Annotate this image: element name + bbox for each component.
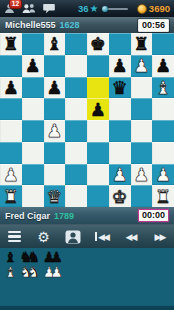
square-f7[interactable]: ♟	[109, 55, 131, 77]
game-toolbar: ⚙ ◀◀ ◀◀ ▶▶	[0, 224, 174, 248]
square-d4[interactable]	[65, 120, 87, 142]
player-rating: 1789	[54, 211, 74, 221]
square-g7[interactable]: ♟	[131, 55, 153, 77]
square-d7[interactable]	[65, 55, 87, 77]
square-b6[interactable]	[22, 77, 44, 99]
coin-count: 3690	[149, 3, 170, 14]
notification-badge: 12	[9, 0, 22, 9]
black-pawn: ♟	[155, 55, 171, 76]
white-pawn: ♟	[3, 164, 19, 185]
square-e5[interactable]: ♟	[87, 98, 109, 120]
square-h5[interactable]	[152, 98, 174, 120]
square-h2[interactable]: ♟	[152, 164, 174, 186]
white-bishop: ♝	[155, 77, 171, 98]
coin-icon	[137, 4, 147, 14]
square-f4[interactable]	[109, 120, 131, 142]
captured-white-row: ♝♞♞♟♟	[4, 265, 170, 280]
white-pawn: ♟	[112, 164, 128, 185]
settings-button[interactable]: ⚙	[32, 227, 56, 247]
square-a3[interactable]	[0, 142, 22, 164]
black-queen: ♛	[112, 77, 128, 98]
square-c8[interactable]: ♝	[44, 33, 66, 55]
black-king: ♚	[90, 33, 106, 54]
square-c7[interactable]	[44, 55, 66, 77]
square-a5[interactable]	[0, 98, 22, 120]
white-queen: ♛	[46, 186, 62, 207]
square-b5[interactable]	[22, 98, 44, 120]
square-e4[interactable]	[87, 120, 109, 142]
opponent-rating: 1628	[60, 20, 80, 30]
square-a4[interactable]	[0, 120, 22, 142]
profile-icon[interactable]: 12	[4, 3, 15, 14]
square-c6[interactable]: ♟	[44, 77, 66, 99]
square-b8[interactable]	[22, 33, 44, 55]
player-bar: Fred Cigar 1789 00:00	[0, 207, 174, 224]
square-c3[interactable]	[44, 142, 66, 164]
black-pawn: ♟	[3, 77, 19, 98]
white-pawn: ♟	[133, 55, 149, 76]
star-icon: ★	[90, 3, 99, 14]
square-e2[interactable]	[87, 164, 109, 186]
black-pawn: ♟	[25, 55, 41, 76]
square-a6[interactable]: ♟	[0, 77, 22, 99]
square-d2[interactable]	[65, 164, 87, 186]
captured-black-pawn: ♟	[50, 250, 63, 265]
gear-icon: ⚙	[37, 230, 50, 244]
square-c4[interactable]: ♟	[44, 120, 66, 142]
square-b3[interactable]	[22, 142, 44, 164]
square-f6[interactable]: ♛	[109, 77, 131, 99]
fast-forward-icon: ▶▶	[155, 232, 165, 242]
black-rook: ♜	[133, 33, 149, 54]
hamburger-icon	[8, 231, 21, 243]
square-d5[interactable]	[65, 98, 87, 120]
square-g2[interactable]: ♟	[131, 164, 153, 186]
level-indicator[interactable]: 36 ★	[78, 3, 128, 14]
square-a7[interactable]	[0, 55, 22, 77]
friends-icon[interactable]	[22, 3, 36, 14]
captured-tray: ♝♞♞♟♟ ♝♞♞♟♟	[0, 248, 174, 310]
square-h6[interactable]: ♝	[152, 77, 174, 99]
profile-card-button[interactable]	[61, 227, 85, 247]
square-f3[interactable]	[109, 142, 131, 164]
captured-white-bishop: ♝	[4, 265, 17, 280]
square-e3[interactable]	[87, 142, 109, 164]
captured-white-knight: ♞	[27, 265, 40, 280]
square-g1[interactable]	[131, 185, 153, 207]
square-b7[interactable]: ♟	[22, 55, 44, 77]
level-number: 36	[78, 3, 89, 14]
square-e1[interactable]	[87, 185, 109, 207]
white-king: ♚	[112, 186, 128, 207]
white-rook: ♜	[155, 186, 171, 207]
square-b4[interactable]	[22, 120, 44, 142]
black-rook: ♜	[3, 33, 19, 54]
back-button[interactable]: ◀◀	[119, 227, 143, 247]
black-pawn: ♟	[90, 99, 106, 120]
profile-card-icon	[65, 230, 81, 244]
xp-progress-bar	[108, 8, 128, 10]
square-a1[interactable]: ♜	[0, 185, 22, 207]
menu-button[interactable]	[3, 227, 27, 247]
square-e6[interactable]	[87, 77, 109, 99]
square-d1[interactable]	[65, 185, 87, 207]
captured-black-bishop: ♝	[4, 250, 17, 265]
white-rook: ♜	[3, 186, 19, 207]
square-f2[interactable]: ♟	[109, 164, 131, 186]
xp-ball-icon	[102, 6, 108, 12]
square-c5[interactable]	[44, 98, 66, 120]
captured-white-pawn: ♟	[50, 265, 63, 280]
white-pawn: ♟	[133, 164, 149, 185]
player-name: Fred Cigar	[5, 211, 50, 221]
square-h7[interactable]: ♟	[152, 55, 174, 77]
captured-black-knight: ♞	[27, 250, 40, 265]
square-g6[interactable]	[131, 77, 153, 99]
square-e7[interactable]	[87, 55, 109, 77]
square-g8[interactable]: ♜	[131, 33, 153, 55]
coins-indicator[interactable]: 3690	[137, 3, 170, 14]
chess-app: 12 36 ★ 3690 Michelle555	[0, 0, 174, 310]
square-c1[interactable]: ♛	[44, 185, 66, 207]
player-clock: 00:00	[138, 209, 169, 222]
black-pawn: ♟	[46, 77, 62, 98]
opponent-clock: 00:56	[138, 19, 169, 32]
square-h8[interactable]	[152, 33, 174, 55]
square-g4[interactable]	[131, 120, 153, 142]
black-bishop: ♝	[46, 33, 62, 54]
square-c2[interactable]	[44, 164, 66, 186]
chess-board: ♜♝♚♜♟♟♟♟♟♟♛♝♟♟♟♟♟♟♜♛♚♜	[0, 33, 174, 207]
square-f1[interactable]: ♚	[109, 185, 131, 207]
square-e8[interactable]: ♚	[87, 33, 109, 55]
square-d8[interactable]	[65, 33, 87, 55]
square-f5[interactable]	[109, 98, 131, 120]
captured-black-row: ♝♞♞♟♟	[4, 250, 170, 265]
rewind-icon: ◀◀	[126, 232, 136, 242]
chat-icon[interactable]	[43, 3, 55, 14]
square-d6[interactable]	[65, 77, 87, 99]
status-bar: 12 36 ★ 3690	[0, 0, 174, 17]
white-pawn: ♟	[46, 120, 62, 141]
skip-back-icon: ◀◀	[98, 232, 108, 242]
first-move-button[interactable]: ◀◀	[90, 227, 114, 247]
square-d3[interactable]	[65, 142, 87, 164]
square-a2[interactable]: ♟	[0, 164, 22, 186]
forward-button[interactable]: ▶▶	[148, 227, 172, 247]
square-g3[interactable]	[131, 142, 153, 164]
square-b1[interactable]	[22, 185, 44, 207]
white-pawn: ♟	[155, 164, 171, 185]
opponent-bar: Michelle555 1628 00:56	[0, 17, 174, 33]
square-h1[interactable]: ♜	[152, 185, 174, 207]
black-pawn: ♟	[112, 55, 128, 76]
square-h3[interactable]	[152, 142, 174, 164]
square-g5[interactable]	[131, 98, 153, 120]
opponent-name: Michelle555	[5, 20, 56, 30]
square-h4[interactable]	[152, 120, 174, 142]
square-f8[interactable]	[109, 33, 131, 55]
square-b2[interactable]	[22, 164, 44, 186]
square-a8[interactable]: ♜	[0, 33, 22, 55]
